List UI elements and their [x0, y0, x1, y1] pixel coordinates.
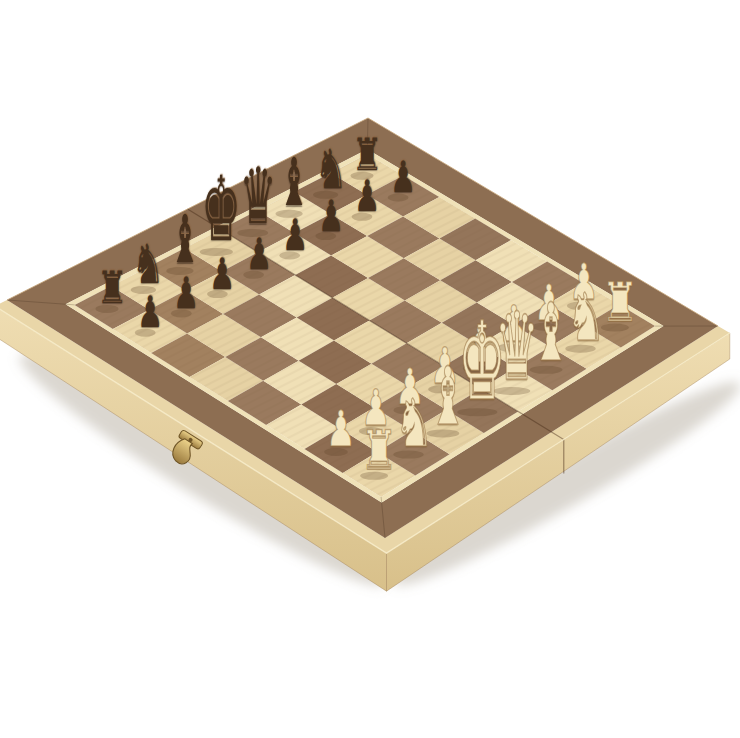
folding-chess-board — [0, 0, 740, 738]
folding-chess-set-photo: ♜♞♟♝♟♛♟♚♟♝♟♞♟♟♜♟♟♜♟♟♞♟♝♟♛♟♚♟♝♟♞♜ — [0, 0, 740, 738]
